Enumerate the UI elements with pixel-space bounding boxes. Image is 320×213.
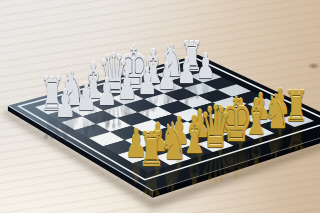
piece-silver-pawn-e7: ♟ — [137, 64, 157, 100]
piece-silver-pawn-g7: ♟ — [177, 54, 196, 89]
piece-silver-pawn-c7: ♟ — [97, 74, 118, 111]
chess-photo-scene: ♜♜♞♞♝♝♛♛♚♚♝♝♞♞♜♜♟♟♟♟♟♟♟♟♟♟♟♟♟♟♟♟♟♟♟♟♟♟♟♟… — [0, 0, 320, 213]
chess-pieces-layer: ♜♜♞♞♝♝♛♛♚♚♝♝♞♞♜♜♟♟♟♟♟♟♟♟♟♟♟♟♟♟♟♟♟♟♟♟♟♟♟♟… — [0, 0, 320, 213]
piece-silver-pawn-d7: ♟ — [117, 69, 137, 106]
piece-silver-pawn-h7: ♟ — [196, 49, 215, 83]
piece-silver-pawn-a7: ♟ — [55, 85, 76, 123]
piece-gold-rook-a1: ♜ — [138, 126, 165, 174]
piece-silver-pawn-f7: ♟ — [157, 59, 177, 95]
piece-silver-pawn-b7: ♟ — [76, 79, 97, 117]
